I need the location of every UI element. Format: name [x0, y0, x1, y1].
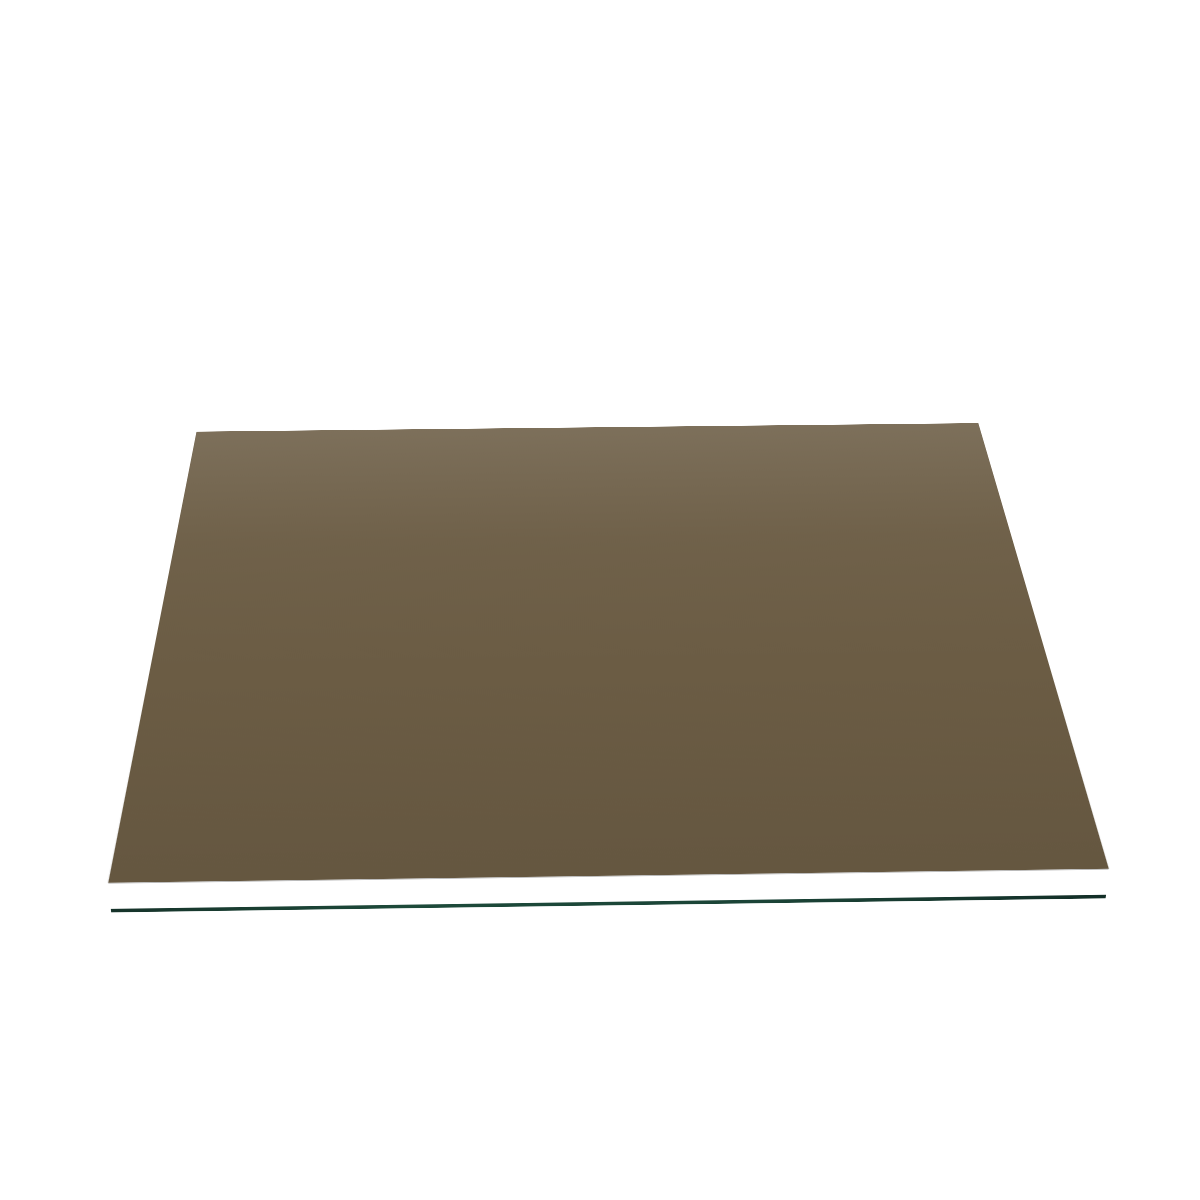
chessboard: [108, 423, 1108, 883]
photo-background: [0, 0, 1200, 1200]
felt-base: [111, 895, 1106, 913]
board-top-face: [108, 423, 1108, 883]
board-perspective-wrapper: [159, 185, 1037, 1063]
